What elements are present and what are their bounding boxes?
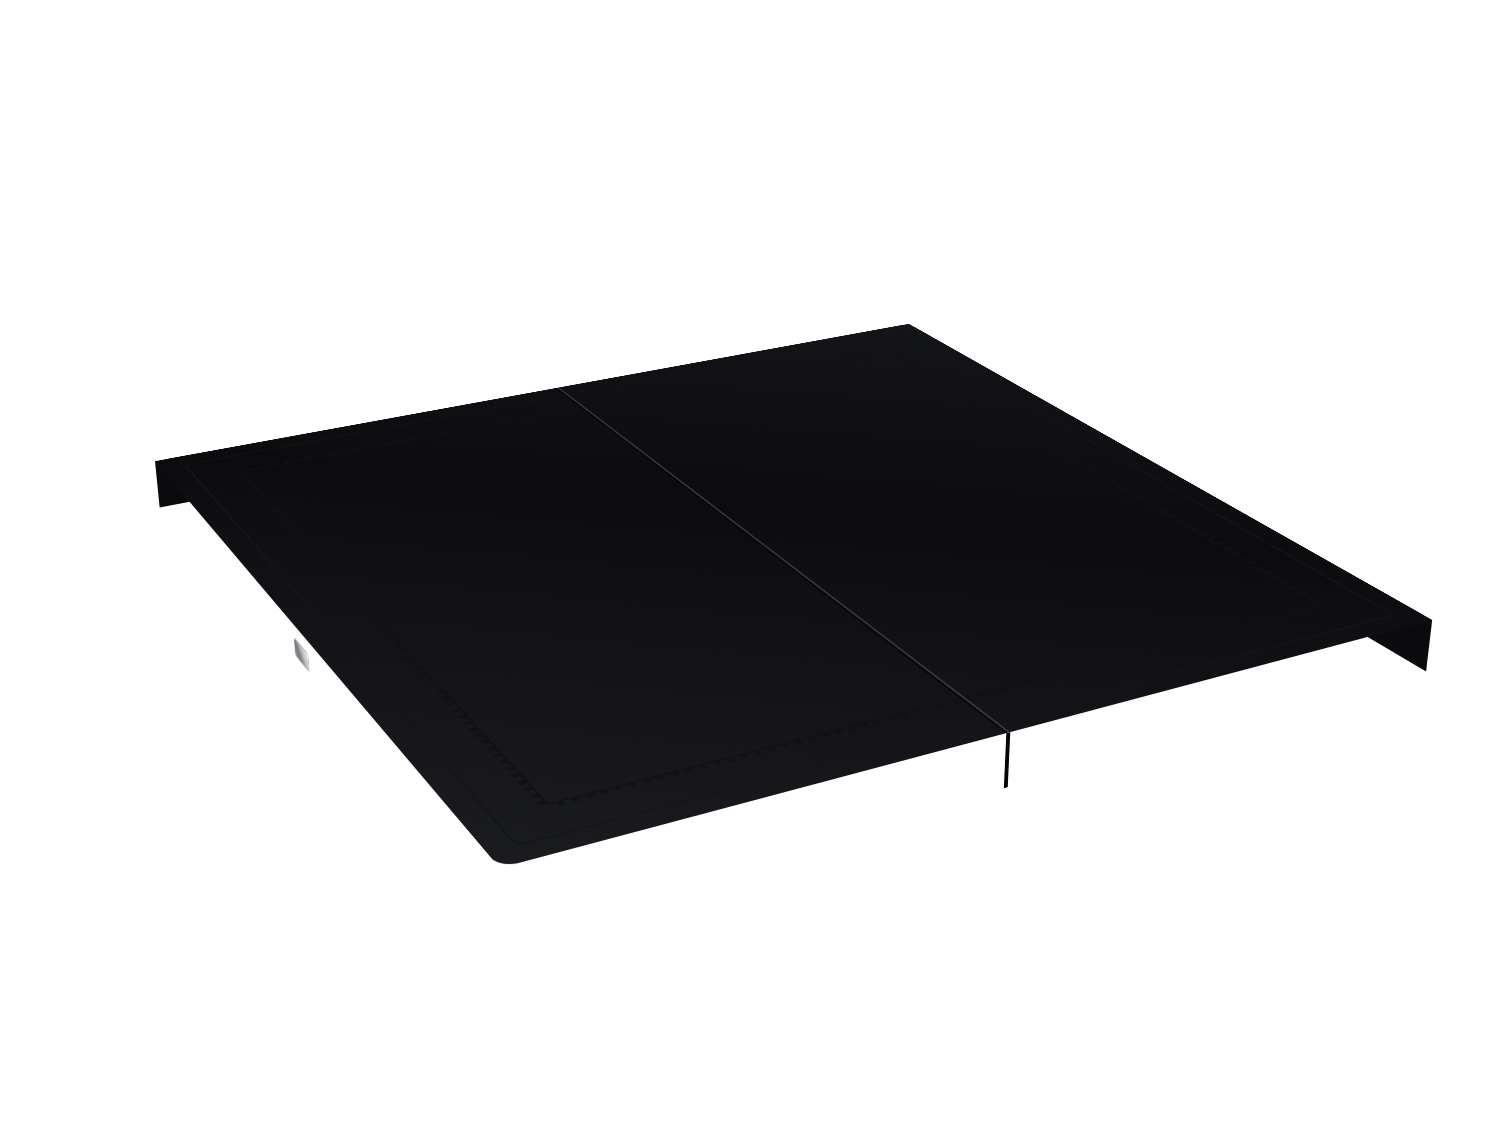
product-photo-background — [0, 0, 1500, 1125]
folding-chess-box — [155, 324, 1432, 868]
board-scene — [0, 0, 1500, 1125]
metal-clasp — [294, 638, 309, 671]
copper-dot-trim — [510, 616, 1415, 859]
fold-seam-side — [1004, 732, 1010, 788]
board-top-face — [155, 324, 1432, 868]
